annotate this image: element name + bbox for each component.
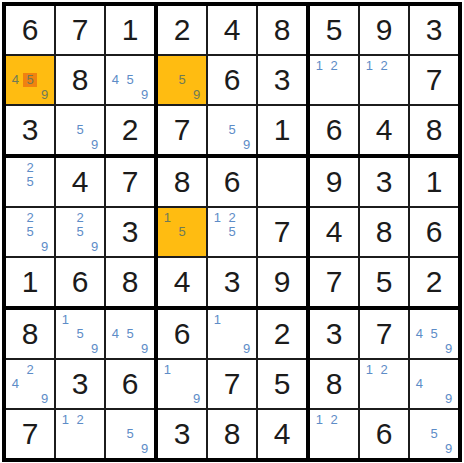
candidate-4: [58, 327, 73, 342]
cell-r8c3[interactable]: 6: [106, 360, 154, 408]
candidate-3: [137, 312, 152, 327]
candidate-7: [362, 391, 377, 406]
solved-digit: 7: [326, 267, 343, 297]
cell-r6c8[interactable]: 5: [360, 258, 408, 306]
cell-r8c5[interactable]: 7: [208, 360, 256, 408]
candidate-6: [189, 73, 204, 88]
candidate-1: [108, 412, 123, 427]
cell-r4c2[interactable]: 4: [56, 158, 104, 206]
solved-digit: 7: [174, 115, 191, 145]
candidate-5: [175, 377, 190, 392]
candidate-9: 9: [137, 87, 152, 102]
candidate-2: [123, 312, 138, 327]
candidate-9: [391, 87, 406, 102]
pencil-marks: 19: [158, 360, 206, 408]
candidate-8: [123, 441, 138, 456]
solved-digit: 5: [274, 369, 291, 399]
solved-digit: 2: [174, 15, 191, 45]
candidate-8: [427, 441, 442, 456]
candidate-8: [175, 87, 190, 102]
solved-digit: 6: [174, 319, 191, 349]
solved-digit: 9: [376, 15, 393, 45]
candidate-1: [8, 210, 23, 225]
cell-r4c7[interactable]: 9: [310, 158, 358, 206]
candidate-7: [58, 137, 73, 152]
candidate-3: [37, 58, 52, 73]
cell-r5c1[interactable]: 259: [6, 208, 54, 256]
box-5: 86151257439: [158, 158, 306, 306]
candidate-4: 4: [412, 327, 427, 342]
candidate-1: 1: [362, 58, 377, 73]
box-2: 24859637591: [158, 6, 306, 154]
candidate-9: 9: [137, 341, 152, 356]
cell-r2c2[interactable]: 8: [56, 56, 104, 104]
candidate-2: [123, 58, 138, 73]
cell-r1c1[interactable]: 6: [6, 6, 54, 54]
candidate-5: 5: [73, 327, 88, 342]
candidate-2: 2: [23, 160, 38, 175]
cell-r1c5[interactable]: 4: [208, 6, 256, 54]
solved-digit: 3: [224, 267, 241, 297]
candidate-9: 9: [37, 239, 52, 254]
candidate-3: [189, 210, 204, 225]
cell-r1c3[interactable]: 1: [106, 6, 154, 54]
candidate-7: [210, 239, 225, 254]
candidate-4: 4: [8, 73, 23, 88]
solved-digit: 4: [376, 115, 393, 145]
cell-r3c7[interactable]: 6: [310, 106, 358, 154]
cell-r7c9[interactable]: 459: [410, 310, 458, 358]
candidate-7: [312, 441, 327, 456]
candidate-6: [341, 427, 356, 442]
candidate-6: [37, 73, 52, 88]
candidate-2: 2: [73, 412, 88, 427]
solved-digit: 8: [326, 369, 343, 399]
candidate-1: 1: [160, 362, 175, 377]
candidate-7: [8, 189, 23, 204]
cell-r7c3[interactable]: 459: [106, 310, 154, 358]
candidate-5: 5: [23, 73, 38, 88]
candidate-7: [412, 441, 427, 456]
candidate-8: [427, 341, 442, 356]
candidate-8: [123, 87, 138, 102]
candidate-2: [175, 58, 190, 73]
cell-r1c4[interactable]: 2: [158, 6, 206, 54]
candidate-1: [160, 58, 175, 73]
solved-digit: 7: [72, 15, 89, 45]
box-9: 374598124912659: [310, 310, 458, 458]
cell-r9c9[interactable]: 59: [410, 410, 458, 458]
candidate-1: [8, 58, 23, 73]
pencil-marks: 249: [6, 360, 54, 408]
pencil-marks: 59: [106, 410, 154, 458]
candidate-4: [312, 427, 327, 442]
candidate-8: [73, 137, 88, 152]
cell-r5c2[interactable]: 259: [56, 208, 104, 256]
cell-r3c2[interactable]: 59: [56, 106, 104, 154]
cell-r9c8[interactable]: 6: [360, 410, 408, 458]
candidate-9: 9: [137, 441, 152, 456]
box-3: 59312127648: [310, 6, 458, 154]
cell-r2c1[interactable]: 459: [6, 56, 54, 104]
cell-r4c8[interactable]: 3: [360, 158, 408, 206]
cell-r2c6[interactable]: 3: [258, 56, 306, 104]
candidate-5: 5: [123, 427, 138, 442]
candidate-8: [23, 239, 38, 254]
candidate-1: [58, 210, 73, 225]
cell-r5c4[interactable]: 15: [158, 208, 206, 256]
solved-digit: 6: [426, 217, 443, 247]
candidate-6: [189, 377, 204, 392]
candidate-4: [108, 427, 123, 442]
candidate-3: [137, 412, 152, 427]
candidate-5: 5: [23, 175, 38, 190]
cell-r7c7[interactable]: 3: [310, 310, 358, 358]
pencil-marks: 59: [410, 410, 458, 458]
candidate-5: [327, 73, 342, 88]
candidate-5: 5: [175, 225, 190, 240]
cell-r9c2[interactable]: 12: [56, 410, 104, 458]
candidate-1: 1: [58, 412, 73, 427]
candidate-4: [8, 175, 23, 190]
cell-r5c7[interactable]: 4: [310, 208, 358, 256]
cell-r8c2[interactable]: 3: [56, 360, 104, 408]
candidate-9: [37, 189, 52, 204]
candidate-2: 2: [73, 210, 88, 225]
solved-digit: 3: [274, 65, 291, 95]
candidate-6: [441, 327, 456, 342]
candidate-1: 1: [362, 362, 377, 377]
cell-r9c3[interactable]: 59: [106, 410, 154, 458]
solved-digit: 6: [224, 65, 241, 95]
solved-digit: 8: [122, 267, 139, 297]
candidate-2: [175, 362, 190, 377]
pencil-marks: 59: [56, 106, 104, 154]
candidate-3: [441, 362, 456, 377]
candidate-5: 5: [73, 225, 88, 240]
candidate-2: 2: [225, 210, 240, 225]
candidate-9: [189, 239, 204, 254]
solved-digit: 1: [22, 267, 39, 297]
cell-r4c5[interactable]: 6: [208, 158, 256, 206]
cell-r5c5[interactable]: 125: [208, 208, 256, 256]
candidate-5: 5: [123, 73, 138, 88]
cell-r9c6[interactable]: 4: [258, 410, 306, 458]
cell-r6c1[interactable]: 1: [6, 258, 54, 306]
cell-r6c6[interactable]: 9: [258, 258, 306, 306]
candidate-1: [412, 412, 427, 427]
cell-r6c7[interactable]: 7: [310, 258, 358, 306]
candidate-8: [23, 189, 38, 204]
candidate-4: 4: [108, 73, 123, 88]
candidate-1: [108, 58, 123, 73]
pencil-marks: 12: [360, 360, 408, 408]
candidate-9: 9: [239, 137, 254, 152]
candidate-8: [327, 441, 342, 456]
candidate-6: [137, 327, 152, 342]
cell-r3c5[interactable]: 59: [208, 106, 256, 154]
candidate-3: [189, 58, 204, 73]
candidate-6: [37, 225, 52, 240]
pencil-marks: 25: [6, 158, 54, 206]
candidate-9: [391, 391, 406, 406]
cell-r2c3[interactable]: 459: [106, 56, 154, 104]
candidate-8: [427, 391, 442, 406]
candidate-3: [37, 210, 52, 225]
candidate-2: [123, 412, 138, 427]
cell-r7c8[interactable]: 7: [360, 310, 408, 358]
cell-r7c5[interactable]: 19: [208, 310, 256, 358]
pencil-marks: 12: [310, 56, 358, 104]
candidate-4: [210, 123, 225, 138]
cell-r6c2[interactable]: 6: [56, 258, 104, 306]
candidate-8: [327, 87, 342, 102]
candidate-8: [73, 239, 88, 254]
solved-digit: 3: [426, 15, 443, 45]
pencil-marks: 59: [208, 106, 256, 154]
pencil-marks: 459: [6, 56, 54, 104]
candidate-9: 9: [441, 391, 456, 406]
candidate-6: [87, 327, 102, 342]
cell-r7c4[interactable]: 6: [158, 310, 206, 358]
candidate-4: [58, 225, 73, 240]
solved-digit: 4: [274, 419, 291, 449]
pencil-marks: 12: [310, 410, 358, 458]
cell-r1c7[interactable]: 5: [310, 6, 358, 54]
candidate-9: 9: [189, 87, 204, 102]
pencil-marks: 59: [158, 56, 206, 104]
solved-digit: 2: [274, 319, 291, 349]
candidate-8: [23, 391, 38, 406]
cell-r2c8[interactable]: 12: [360, 56, 408, 104]
cell-r3c8[interactable]: 4: [360, 106, 408, 154]
candidate-7: [412, 391, 427, 406]
solved-digit: 6: [376, 419, 393, 449]
candidate-9: 9: [239, 341, 254, 356]
cell-r4c3[interactable]: 7: [106, 158, 154, 206]
cell-r9c5[interactable]: 8: [208, 410, 256, 458]
candidate-9: 9: [189, 391, 204, 406]
box-4: 25472592593168: [6, 158, 154, 306]
candidate-4: [412, 427, 427, 442]
candidate-9: 9: [87, 341, 102, 356]
candidate-8: [73, 341, 88, 356]
candidate-6: [189, 225, 204, 240]
pencil-marks: 19: [208, 310, 256, 358]
cell-r3c3[interactable]: 2: [106, 106, 154, 154]
candidate-3: [87, 312, 102, 327]
solved-digit: 8: [72, 65, 89, 95]
candidate-3: [37, 362, 52, 377]
solved-digit: 4: [224, 15, 241, 45]
cell-r2c5[interactable]: 6: [208, 56, 256, 104]
candidate-3: [87, 210, 102, 225]
solved-digit: 2: [122, 115, 139, 145]
candidate-5: [427, 377, 442, 392]
candidate-5: [23, 377, 38, 392]
cell-r4c1[interactable]: 25: [6, 158, 54, 206]
candidate-2: 2: [327, 412, 342, 427]
solved-digit: 3: [174, 419, 191, 449]
candidate-9: 9: [37, 391, 52, 406]
pencil-marks: 159: [56, 310, 104, 358]
candidate-4: [210, 225, 225, 240]
cell-r8c7[interactable]: 8: [310, 360, 358, 408]
candidate-3: [441, 412, 456, 427]
candidate-3: [137, 58, 152, 73]
candidate-2: [427, 312, 442, 327]
candidate-6: [37, 175, 52, 190]
solved-digit: 8: [376, 217, 393, 247]
candidate-5: [225, 327, 240, 342]
cell-r1c9[interactable]: 3: [410, 6, 458, 54]
candidate-1: [58, 108, 73, 123]
candidate-9: [87, 441, 102, 456]
candidate-5: 5: [175, 73, 190, 88]
candidate-3: [87, 412, 102, 427]
solved-digit: 3: [22, 115, 39, 145]
candidate-7: [108, 87, 123, 102]
cell-r3c9[interactable]: 8: [410, 106, 458, 154]
cell-r4c4[interactable]: 8: [158, 158, 206, 206]
solved-digit: 7: [122, 167, 139, 197]
cell-r1c6[interactable]: 8: [258, 6, 306, 54]
cell-r5c3[interactable]: 3: [106, 208, 154, 256]
cell-r8c4[interactable]: 19: [158, 360, 206, 408]
cell-r2c9[interactable]: 7: [410, 56, 458, 104]
solved-digit: 8: [274, 15, 291, 45]
candidate-2: [225, 108, 240, 123]
cell-r9c4[interactable]: 3: [158, 410, 206, 458]
candidate-6: [37, 377, 52, 392]
candidate-1: 1: [160, 210, 175, 225]
candidate-4: 4: [108, 327, 123, 342]
candidate-7: [8, 239, 23, 254]
solved-digit: 9: [326, 167, 343, 197]
candidate-2: 2: [23, 362, 38, 377]
candidate-1: [8, 160, 23, 175]
candidate-1: 1: [312, 412, 327, 427]
solved-digit: 3: [376, 167, 393, 197]
solved-digit: 8: [174, 167, 191, 197]
candidate-3: [37, 160, 52, 175]
candidate-8: [73, 441, 88, 456]
candidate-8: [175, 391, 190, 406]
cell-r8c8[interactable]: 12: [360, 360, 408, 408]
candidate-9: 9: [87, 239, 102, 254]
cell-r6c3[interactable]: 8: [106, 258, 154, 306]
cell-r5c6[interactable]: 7: [258, 208, 306, 256]
cell-r7c1[interactable]: 8: [6, 310, 54, 358]
pencil-marks: 125: [208, 208, 256, 256]
candidate-6: [137, 427, 152, 442]
candidate-9: 9: [441, 441, 456, 456]
candidate-9: 9: [87, 137, 102, 152]
candidate-2: [427, 412, 442, 427]
candidate-1: 1: [210, 210, 225, 225]
box-7: 81594592493671259: [6, 310, 154, 458]
cell-r8c6[interactable]: 5: [258, 360, 306, 408]
candidate-7: [108, 341, 123, 356]
candidate-7: [210, 137, 225, 152]
candidate-5: 5: [427, 327, 442, 342]
box-6: 931486752: [310, 158, 458, 306]
cell-r2c7[interactable]: 12: [310, 56, 358, 104]
candidate-5: [377, 73, 392, 88]
cell-r7c2[interactable]: 159: [56, 310, 104, 358]
cell-r7c6[interactable]: 2: [258, 310, 306, 358]
cell-r8c1[interactable]: 249: [6, 360, 54, 408]
candidate-6: [137, 73, 152, 88]
candidate-2: 2: [377, 362, 392, 377]
candidate-4: 4: [412, 377, 427, 392]
solved-digit: 7: [274, 217, 291, 247]
candidate-7: [160, 391, 175, 406]
candidate-1: 1: [312, 58, 327, 73]
solved-digit: 1: [122, 15, 139, 45]
pencil-marks: 259: [6, 208, 54, 256]
cell-r5c9[interactable]: 6: [410, 208, 458, 256]
candidate-7: [8, 391, 23, 406]
cell-r4c6[interactable]: [258, 158, 306, 206]
cell-r3c1[interactable]: 3: [6, 106, 54, 154]
candidate-2: [73, 108, 88, 123]
cell-r6c4[interactable]: 4: [158, 258, 206, 306]
solved-digit: 8: [426, 115, 443, 145]
candidate-1: [412, 362, 427, 377]
candidate-6: [391, 73, 406, 88]
candidate-5: 5: [225, 123, 240, 138]
box-1: 67145984593592: [6, 6, 154, 154]
candidate-2: 2: [23, 210, 38, 225]
candidate-3: [239, 108, 254, 123]
candidate-4: [160, 377, 175, 392]
candidate-7: [312, 87, 327, 102]
solved-digit: 5: [376, 267, 393, 297]
cell-r3c4[interactable]: 7: [158, 106, 206, 154]
candidate-8: [377, 391, 392, 406]
pencil-marks: 459: [106, 310, 154, 358]
cell-r9c7[interactable]: 12: [310, 410, 358, 458]
candidate-7: [8, 87, 23, 102]
candidate-3: [341, 58, 356, 73]
cell-r6c9[interactable]: 2: [410, 258, 458, 306]
cell-r9c1[interactable]: 7: [6, 410, 54, 458]
cell-r4c9[interactable]: 1: [410, 158, 458, 206]
candidate-2: 2: [377, 58, 392, 73]
cell-r1c8[interactable]: 9: [360, 6, 408, 54]
candidate-4: [362, 73, 377, 88]
candidate-8: [225, 137, 240, 152]
solved-digit: 8: [22, 319, 39, 349]
cell-r1c2[interactable]: 7: [56, 6, 104, 54]
solved-digit: 4: [72, 167, 89, 197]
candidate-3: [391, 362, 406, 377]
cell-r8c9[interactable]: 49: [410, 360, 458, 408]
solved-digit: 2: [426, 267, 443, 297]
cell-r6c5[interactable]: 3: [208, 258, 256, 306]
cell-r3c6[interactable]: 1: [258, 106, 306, 154]
candidate-8: [175, 239, 190, 254]
pencil-marks: 459: [410, 310, 458, 358]
candidate-4: [210, 327, 225, 342]
candidate-5: 5: [73, 123, 88, 138]
cell-r5c8[interactable]: 8: [360, 208, 408, 256]
candidate-7: [108, 441, 123, 456]
cell-r2c4[interactable]: 59: [158, 56, 206, 104]
candidate-7: [210, 341, 225, 356]
candidate-8: [225, 239, 240, 254]
